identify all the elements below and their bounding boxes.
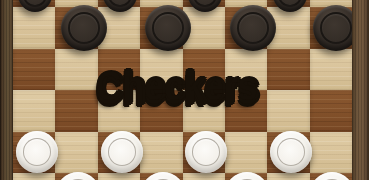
square-r3c0[interactable] <box>13 49 56 91</box>
white-piece-r5c4[interactable] <box>185 131 227 173</box>
dark-piece-r2c5[interactable] <box>230 5 276 51</box>
white-piece-ring <box>23 138 52 167</box>
dark-piece-ring <box>23 0 47 7</box>
dark-piece-ring <box>278 0 302 7</box>
square-r3c2[interactable] <box>98 49 141 91</box>
square-r4c5[interactable] <box>225 90 268 132</box>
white-piece-r5c2[interactable] <box>101 131 143 173</box>
white-piece-ring <box>108 138 137 167</box>
dark-piece-ring <box>237 12 269 44</box>
square-r3c4[interactable] <box>183 49 226 91</box>
square-r3c5[interactable] <box>225 49 268 91</box>
checkers-banner: Checkers <box>0 0 369 180</box>
dark-piece-ring <box>152 12 184 44</box>
white-piece-ring <box>148 179 178 180</box>
square-r3c3[interactable] <box>140 49 183 91</box>
square-r4c4[interactable] <box>183 90 226 132</box>
square-r5c3[interactable] <box>140 132 183 174</box>
square-r2c0[interactable] <box>13 7 56 49</box>
square-r6c6[interactable] <box>267 173 310 180</box>
white-piece-ring <box>232 179 262 180</box>
square-r6c4[interactable] <box>183 173 226 180</box>
square-r3c6[interactable] <box>267 49 310 91</box>
dark-piece-ring <box>68 12 100 44</box>
white-piece-ring <box>63 179 93 180</box>
board-left-rail <box>0 0 13 180</box>
square-r4c0[interactable] <box>13 90 56 132</box>
white-piece-r5c0[interactable] <box>16 131 58 173</box>
dark-piece-r2c3[interactable] <box>145 5 191 51</box>
square-r4c7[interactable] <box>310 90 353 132</box>
square-r6c2[interactable] <box>98 173 141 180</box>
white-piece-r5c6[interactable] <box>270 131 312 173</box>
square-r3c1[interactable] <box>55 49 98 91</box>
dark-piece-r2c1[interactable] <box>61 5 107 51</box>
white-piece-ring <box>192 138 221 167</box>
square-r6c0[interactable] <box>13 173 56 180</box>
square-r5c5[interactable] <box>225 132 268 174</box>
dark-piece-ring <box>108 0 132 7</box>
square-r4c2[interactable] <box>98 90 141 132</box>
square-r4c6[interactable] <box>267 90 310 132</box>
square-r5c1[interactable] <box>55 132 98 174</box>
board-right-rail <box>352 0 369 180</box>
square-r5c7[interactable] <box>310 132 353 174</box>
white-piece-ring <box>317 179 347 180</box>
dark-piece-ring <box>193 0 217 7</box>
white-piece-ring <box>277 138 306 167</box>
square-r4c1[interactable] <box>55 90 98 132</box>
dark-piece-ring <box>320 12 352 44</box>
square-r4c3[interactable] <box>140 90 183 132</box>
square-r3c7[interactable] <box>310 49 353 91</box>
